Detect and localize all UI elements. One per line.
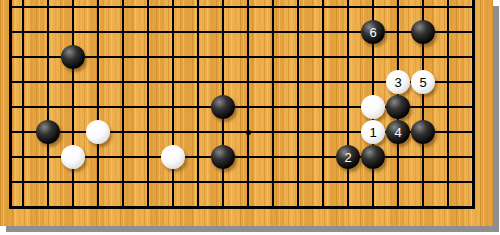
stone-white — [161, 145, 185, 169]
board-bottom-edge-line — [9, 206, 475, 209]
stone-white — [61, 145, 85, 169]
move-number-label: 6 — [369, 26, 376, 39]
stone-black-move-4: 4 — [386, 120, 410, 144]
grid-line-horizontal — [9, 181, 475, 183]
go-diagram: 635142 — [0, 0, 500, 235]
move-number-label: 1 — [369, 126, 376, 139]
stone-black — [361, 145, 385, 169]
stone-black — [211, 95, 235, 119]
go-board[interactable]: 635142 — [0, 0, 493, 226]
move-number-label: 3 — [394, 76, 401, 89]
stone-white-move-5: 5 — [411, 70, 435, 94]
grid-line-horizontal — [9, 6, 475, 8]
star-point — [246, 130, 251, 135]
stone-black — [211, 145, 235, 169]
move-number-label: 4 — [394, 126, 401, 139]
stone-white-move-1: 1 — [361, 120, 385, 144]
stone-black — [411, 120, 435, 144]
stone-white — [86, 120, 110, 144]
stone-white — [361, 95, 385, 119]
move-number-label: 5 — [419, 76, 426, 89]
stone-black — [61, 45, 85, 69]
stone-black — [386, 95, 410, 119]
stone-white-move-3: 3 — [386, 70, 410, 94]
move-number-label: 2 — [344, 151, 351, 164]
grid-line-horizontal — [9, 31, 475, 33]
stone-black — [36, 120, 60, 144]
stone-black-move-2: 2 — [336, 145, 360, 169]
stone-black — [411, 20, 435, 44]
stone-black-move-6: 6 — [361, 20, 385, 44]
